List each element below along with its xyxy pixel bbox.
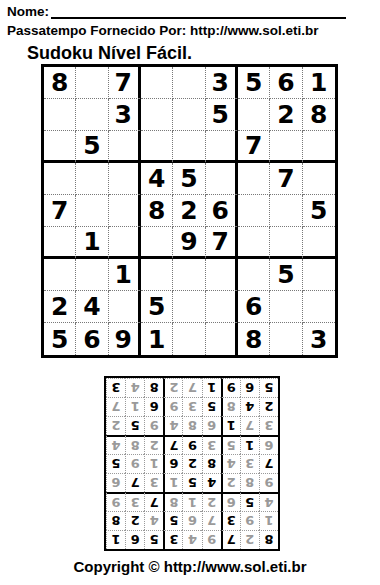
sudoku-cell-r4c8: 7	[270, 163, 302, 195]
sudoku-cell-r1c3: 7	[109, 67, 141, 99]
sudoku-cell-r2c6: 5	[206, 99, 238, 131]
sudoku-cell-r4c3[interactable]	[109, 163, 141, 195]
sudoku-cell-r4c5: 5	[173, 163, 205, 195]
solution-cell-r4c1: 9	[259, 473, 278, 492]
sudoku-cell-r6c8[interactable]	[270, 227, 302, 259]
solution-cell-r7c9: 2	[106, 416, 125, 435]
solution-cell-r6c6: 7	[163, 435, 182, 454]
solution-cell-r8c9: 7	[106, 397, 125, 416]
sudoku-cell-r8c7: 6	[238, 291, 270, 323]
solution-cell-r2c8: 2	[125, 511, 144, 530]
sudoku-cell-r6c7[interactable]	[238, 227, 270, 259]
sudoku-cell-r6c9[interactable]	[303, 227, 335, 259]
sudoku-cell-r7c9[interactable]	[303, 259, 335, 291]
sudoku-cell-r5c4: 8	[141, 195, 173, 227]
sudoku-cell-r7c6[interactable]	[206, 259, 238, 291]
sudoku-cell-r6c1[interactable]	[44, 227, 76, 259]
sudoku-cell-r2c4[interactable]	[141, 99, 173, 131]
solution-cell-r7c4: 6	[202, 416, 221, 435]
sudoku-cell-r2c9: 8	[303, 99, 335, 131]
solution-cell-r2c4: 7	[202, 511, 221, 530]
solution-cell-r7c7: 9	[144, 416, 163, 435]
solution-cell-r6c5: 9	[182, 435, 201, 454]
solution-cell-r4c8: 7	[125, 473, 144, 492]
solution-cell-r8c3: 8	[221, 397, 240, 416]
sudoku-cell-r4c6[interactable]	[206, 163, 238, 195]
solution-cell-r8c7: 6	[144, 397, 163, 416]
sudoku-cell-r1c9: 1	[303, 67, 335, 99]
solution-cell-r1c7: 5	[144, 530, 163, 549]
solution-cell-r7c1: 3	[259, 416, 278, 435]
solution-cell-r2c6: 5	[163, 511, 182, 530]
solution-cell-r5c3: 4	[221, 454, 240, 473]
solution-cell-r1c1: 8	[259, 530, 278, 549]
sudoku-cell-r4c4: 4	[141, 163, 173, 195]
name-label: Nome:	[7, 4, 49, 19]
solution-cell-r3c2: 5	[240, 492, 259, 511]
solution-cell-r8c8: 1	[125, 397, 144, 416]
solution-cell-r5c9: 5	[106, 454, 125, 473]
sudoku-cell-r5c2[interactable]	[76, 195, 108, 227]
solution-cell-r7c3: 1	[221, 416, 240, 435]
sudoku-cell-r8c5[interactable]	[173, 291, 205, 323]
sudoku-cell-r2c5[interactable]	[173, 99, 205, 131]
sudoku-cell-r5c9: 5	[303, 195, 335, 227]
solution-cell-r1c6: 3	[163, 530, 182, 549]
solution-cell-r6c1: 6	[259, 435, 278, 454]
provider-line: Passatempo Fornecido Por: http://www.sol…	[7, 23, 373, 38]
sudoku-cell-r2c3: 3	[109, 99, 141, 131]
solution-cell-r5c7: 1	[144, 454, 163, 473]
solution-cell-r1c3: 7	[221, 530, 240, 549]
sudoku-cell-r5c1: 7	[44, 195, 76, 227]
solution-cell-r5c4: 8	[202, 454, 221, 473]
solution-cell-r6c9: 4	[106, 435, 125, 454]
sudoku-cell-r3c2: 5	[76, 131, 108, 163]
sudoku-cell-r3c3[interactable]	[109, 131, 141, 163]
solution-cell-r8c1: 2	[259, 397, 278, 416]
sudoku-cell-r2c1[interactable]	[44, 99, 76, 131]
sudoku-cell-r5c8[interactable]	[270, 195, 302, 227]
solution-cell-r4c9: 6	[106, 473, 125, 492]
solution-cell-r2c3: 3	[221, 511, 240, 530]
solution-cell-r4c3: 2	[221, 473, 240, 492]
solution-cell-r4c7: 3	[144, 473, 163, 492]
page-header: Nome: Passatempo Fornecido Por: http://w…	[7, 4, 373, 64]
solution-cell-r9c1: 5	[259, 378, 278, 397]
solution-cell-r5c1: 7	[259, 454, 278, 473]
sudoku-cell-r7c2[interactable]	[76, 259, 108, 291]
solution-cell-r9c9: 3	[106, 378, 125, 397]
sudoku-cell-r7c4[interactable]	[141, 259, 173, 291]
sudoku-cell-r8c1: 2	[44, 291, 76, 323]
sudoku-cell-r1c7: 5	[238, 67, 270, 99]
sudoku-cell-r6c5: 9	[173, 227, 205, 259]
sudoku-cell-r9c2: 6	[76, 323, 108, 355]
solution-grid-upside-down: 8279435611937654284562187399824513767348…	[104, 376, 280, 551]
sudoku-cell-r6c2: 1	[76, 227, 108, 259]
sudoku-cell-r8c9[interactable]	[303, 291, 335, 323]
sudoku-cell-r9c5[interactable]	[173, 323, 205, 355]
sudoku-cell-r8c8[interactable]	[270, 291, 302, 323]
sudoku-cell-r9c9: 3	[303, 323, 335, 355]
solution-cell-r2c1: 1	[259, 511, 278, 530]
solution-cell-r2c2: 9	[240, 511, 259, 530]
sudoku-cell-r1c5[interactable]	[173, 67, 205, 99]
sudoku-cell-r4c7[interactable]	[238, 163, 270, 195]
solution-cell-r4c5: 5	[182, 473, 201, 492]
solution-cell-r7c5: 8	[182, 416, 201, 435]
name-fill-in-line[interactable]	[51, 4, 346, 19]
sudoku-cell-r8c2: 4	[76, 291, 108, 323]
sudoku-cell-r2c8: 2	[270, 99, 302, 131]
solution-cell-r3c5: 1	[182, 492, 201, 511]
sudoku-cell-r8c6[interactable]	[206, 291, 238, 323]
solution-cell-r6c4: 3	[202, 435, 221, 454]
solution-cell-r4c4: 4	[202, 473, 221, 492]
sudoku-cell-r4c1[interactable]	[44, 163, 76, 195]
sudoku-cell-r4c2[interactable]	[76, 163, 108, 195]
solution-cell-r5c5: 2	[182, 454, 201, 473]
sudoku-cell-r2c2[interactable]	[76, 99, 108, 131]
sudoku-cell-r7c5[interactable]	[173, 259, 205, 291]
sudoku-cell-r5c6: 6	[206, 195, 238, 227]
main-sudoku-grid: 87356135285745778265197152456569183	[41, 64, 338, 358]
solution-cell-r3c4: 2	[202, 492, 221, 511]
sudoku-cell-r1c2[interactable]	[76, 67, 108, 99]
sudoku-cell-r1c1: 8	[44, 67, 76, 99]
sudoku-cell-r5c3[interactable]	[109, 195, 141, 227]
sudoku-cell-r3c6[interactable]	[206, 131, 238, 163]
sudoku-cell-r1c8: 6	[270, 67, 302, 99]
solution-cell-r9c7: 8	[144, 378, 163, 397]
sudoku-cell-r6c3[interactable]	[109, 227, 141, 259]
solution-cell-r8c4: 5	[202, 397, 221, 416]
copyright-footer: Copyright © http://www.sol.eti.br	[0, 558, 380, 575]
solution-cell-r7c6: 4	[163, 416, 182, 435]
sudoku-cell-r1c4[interactable]	[141, 67, 173, 99]
solution-cell-r7c8: 5	[125, 416, 144, 435]
sudoku-cell-r8c3[interactable]	[109, 291, 141, 323]
sudoku-cell-r9c3: 9	[109, 323, 141, 355]
sudoku-cell-r3c1[interactable]	[44, 131, 76, 163]
sudoku-cell-r3c8[interactable]	[270, 131, 302, 163]
sudoku-cell-r4c9[interactable]	[303, 163, 335, 195]
solution-cell-r4c6: 1	[163, 473, 182, 492]
name-row: Nome:	[7, 4, 373, 19]
solution-cell-r3c9: 9	[106, 492, 125, 511]
solution-cell-r2c9: 8	[106, 511, 125, 530]
solution-cell-r8c6: 9	[163, 397, 182, 416]
solution-cell-r9c3: 9	[221, 378, 240, 397]
solution-cell-r7c2: 7	[240, 416, 259, 435]
solution-cell-r5c2: 3	[240, 454, 259, 473]
solution-cell-r2c7: 4	[144, 511, 163, 530]
sudoku-cell-r3c5[interactable]	[173, 131, 205, 163]
solution-cell-r1c4: 9	[202, 530, 221, 549]
sudoku-cell-r6c4[interactable]	[141, 227, 173, 259]
sudoku-cell-r3c7: 7	[238, 131, 270, 163]
solution-cell-r1c2: 2	[240, 530, 259, 549]
solution-cell-r9c6: 2	[163, 378, 182, 397]
solution-cell-r3c1: 4	[259, 492, 278, 511]
sudoku-cell-r2c7[interactable]	[238, 99, 270, 131]
solution-cell-r1c5: 4	[182, 530, 201, 549]
solution-cell-r5c6: 6	[163, 454, 182, 473]
sudoku-cell-r7c1[interactable]	[44, 259, 76, 291]
solution-cell-r9c8: 4	[125, 378, 144, 397]
sudoku-cell-r6c6: 7	[206, 227, 238, 259]
sudoku-cell-r7c3: 1	[109, 259, 141, 291]
solution-cell-r1c8: 6	[125, 530, 144, 549]
sudoku-cell-r8c4: 5	[141, 291, 173, 323]
solution-cell-r6c7: 2	[144, 435, 163, 454]
solution-cell-r1c9: 1	[106, 530, 125, 549]
solution-cell-r5c8: 9	[125, 454, 144, 473]
sudoku-cell-r3c4[interactable]	[141, 131, 173, 163]
solution-cell-r9c2: 6	[240, 378, 259, 397]
sudoku-cell-r1c6: 3	[206, 67, 238, 99]
solution-cell-r9c4: 1	[202, 378, 221, 397]
sudoku-page: Nome: Passatempo Fornecido Por: http://w…	[0, 0, 380, 585]
page-title: Sudoku Nível Fácil.	[27, 43, 373, 64]
sudoku-cell-r9c1: 5	[44, 323, 76, 355]
solution-cell-r8c2: 4	[240, 397, 259, 416]
sudoku-cell-r7c8: 5	[270, 259, 302, 291]
solution-cell-r6c2: 1	[240, 435, 259, 454]
sudoku-cell-r5c5: 2	[173, 195, 205, 227]
solution-cell-r3c7: 7	[144, 492, 163, 511]
solution-cell-r6c8: 8	[125, 435, 144, 454]
sudoku-cell-r5c7[interactable]	[238, 195, 270, 227]
solution-cell-r6c3: 5	[221, 435, 240, 454]
solution-cell-r3c6: 8	[163, 492, 182, 511]
solution-cell-r4c2: 8	[240, 473, 259, 492]
solution-cell-r9c5: 7	[182, 378, 201, 397]
solution-cell-r3c8: 3	[125, 492, 144, 511]
sudoku-cell-r3c9[interactable]	[303, 131, 335, 163]
sudoku-cell-r9c6[interactable]	[206, 323, 238, 355]
sudoku-cell-r9c7: 8	[238, 323, 270, 355]
solution-cell-r2c5: 6	[182, 511, 201, 530]
sudoku-cell-r9c4: 1	[141, 323, 173, 355]
solution-cell-r8c5: 3	[182, 397, 201, 416]
solution-cell-r3c3: 6	[221, 492, 240, 511]
sudoku-cell-r7c7[interactable]	[238, 259, 270, 291]
sudoku-cell-r9c8[interactable]	[270, 323, 302, 355]
